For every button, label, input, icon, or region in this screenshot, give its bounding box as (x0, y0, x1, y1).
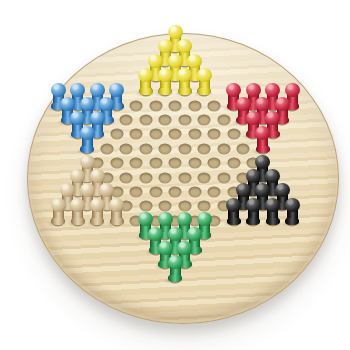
peg-natural[interactable] (89, 198, 105, 225)
hole[interactable] (208, 129, 221, 140)
peg-head (90, 83, 105, 97)
peg-head (158, 68, 173, 82)
hole[interactable] (159, 172, 172, 183)
peg-head (90, 198, 105, 212)
hole[interactable] (169, 100, 182, 111)
peg-yellow[interactable] (196, 68, 212, 95)
peg-base (168, 275, 182, 282)
peg-head (80, 97, 95, 111)
peg-head (187, 227, 202, 241)
peg-base (266, 218, 280, 225)
hole[interactable] (139, 143, 152, 154)
hole[interactable] (227, 129, 240, 140)
hole[interactable] (110, 129, 123, 140)
peg-base (80, 146, 94, 153)
hole[interactable] (159, 201, 172, 212)
peg-blue[interactable] (79, 126, 95, 153)
hole[interactable] (188, 100, 201, 111)
hole[interactable] (178, 143, 191, 154)
peg-base (51, 218, 65, 225)
peg-black[interactable] (226, 198, 242, 225)
peg-red[interactable] (255, 126, 271, 153)
hole[interactable] (178, 115, 191, 126)
peg-black[interactable] (284, 198, 300, 225)
peg-head (158, 241, 173, 255)
peg-head (265, 83, 280, 97)
hole[interactable] (120, 115, 133, 126)
peg-head (168, 54, 183, 68)
hole[interactable] (149, 187, 162, 198)
peg-base (197, 88, 211, 95)
peg-head (246, 169, 261, 183)
peg-head (197, 68, 212, 82)
peg-head (148, 227, 163, 241)
photo-stage (0, 0, 350, 350)
peg-head (168, 255, 183, 269)
peg-head (197, 212, 212, 226)
hole[interactable] (110, 158, 123, 169)
peg-yellow[interactable] (157, 68, 173, 95)
hole[interactable] (120, 143, 133, 154)
hole[interactable] (100, 143, 113, 154)
peg-black[interactable] (245, 198, 261, 225)
peg-head (90, 169, 105, 183)
hole[interactable] (169, 129, 182, 140)
hole[interactable] (130, 129, 143, 140)
hole[interactable] (237, 143, 250, 154)
peg-base (285, 218, 299, 225)
hole[interactable] (208, 158, 221, 169)
peg-black[interactable] (265, 198, 281, 225)
peg-head (80, 126, 95, 140)
hole[interactable] (139, 172, 152, 183)
peg-head (148, 54, 163, 68)
peg-head (255, 155, 270, 169)
peg-head (109, 198, 124, 212)
hole[interactable] (139, 115, 152, 126)
hole[interactable] (217, 115, 230, 126)
peg-base (227, 218, 241, 225)
peg-head (265, 198, 280, 212)
peg-head (70, 169, 85, 183)
hole[interactable] (149, 100, 162, 111)
hole[interactable] (198, 201, 211, 212)
peg-head (246, 111, 261, 125)
hole[interactable] (198, 143, 211, 154)
hole[interactable] (130, 158, 143, 169)
peg-head (285, 198, 300, 212)
peg-base (246, 218, 260, 225)
peg-head (226, 198, 241, 212)
hole[interactable] (188, 158, 201, 169)
hole[interactable] (188, 187, 201, 198)
peg-head (51, 83, 66, 97)
hole[interactable] (169, 187, 182, 198)
peg-base (158, 88, 172, 95)
peg-head (265, 169, 280, 183)
hole[interactable] (149, 129, 162, 140)
peg-head (275, 97, 290, 111)
peg-head (70, 83, 85, 97)
hole[interactable] (217, 172, 230, 183)
peg-base (256, 146, 270, 153)
peg-head (285, 83, 300, 97)
peg-base (178, 88, 192, 95)
peg-head (236, 97, 251, 111)
peg-head (226, 83, 241, 97)
peg-head (187, 54, 202, 68)
peg-head (255, 126, 270, 140)
peg-head (90, 111, 105, 125)
peg-green[interactable] (167, 255, 183, 282)
peg-base (110, 218, 124, 225)
peg-yellow[interactable] (177, 68, 193, 95)
hole[interactable] (139, 201, 152, 212)
hole[interactable] (169, 158, 182, 169)
hole[interactable] (227, 158, 240, 169)
peg-natural[interactable] (70, 198, 86, 225)
peg-head (168, 227, 183, 241)
hole[interactable] (159, 115, 172, 126)
peg-base (139, 88, 153, 95)
hole[interactable] (208, 187, 221, 198)
peg-head (168, 25, 183, 39)
peg-base (90, 218, 104, 225)
hole[interactable] (130, 187, 143, 198)
peg-head (246, 198, 261, 212)
hole[interactable] (208, 100, 221, 111)
peg-head (70, 198, 85, 212)
hole[interactable] (178, 172, 191, 183)
peg-natural[interactable] (50, 198, 66, 225)
peg-head (51, 198, 66, 212)
hole[interactable] (188, 129, 201, 140)
hole[interactable] (217, 143, 230, 154)
peg-head (109, 83, 124, 97)
hole[interactable] (149, 158, 162, 169)
peg-head (158, 212, 173, 226)
hole[interactable] (120, 172, 133, 183)
hole[interactable] (198, 115, 211, 126)
hole[interactable] (159, 143, 172, 154)
peg-natural[interactable] (109, 198, 125, 225)
peg-head (80, 155, 95, 169)
peg-base (71, 218, 85, 225)
hole[interactable] (198, 172, 211, 183)
hole[interactable] (130, 100, 143, 111)
peg-yellow[interactable] (138, 68, 154, 95)
peg-head (246, 83, 261, 97)
hole[interactable] (178, 201, 191, 212)
